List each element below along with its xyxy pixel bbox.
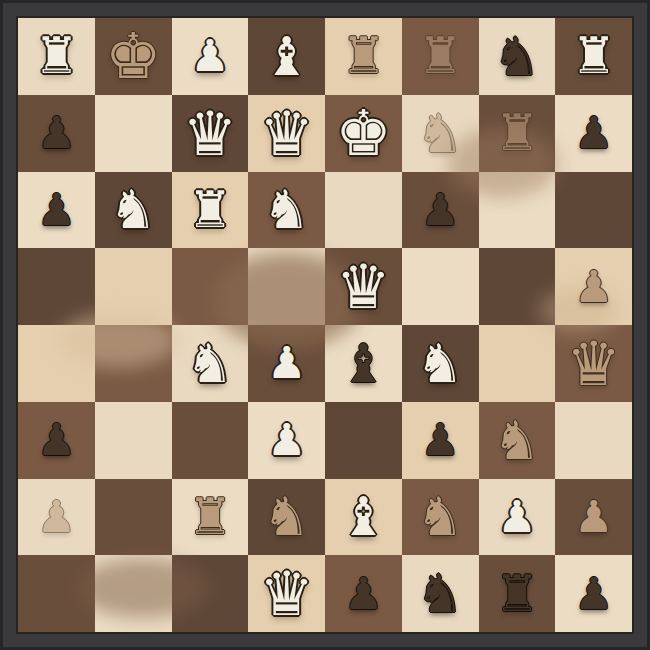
square-f7[interactable]: ♞ (402, 95, 479, 172)
square-c4[interactable]: ♞ (172, 325, 249, 402)
square-b4[interactable] (95, 325, 172, 402)
piece-black-tan-rook: ♜ (187, 492, 232, 542)
piece-white-pawn: ♟ (267, 418, 306, 462)
square-d7[interactable]: ♛ (248, 95, 325, 172)
square-a5[interactable] (18, 248, 95, 325)
square-b3[interactable] (95, 402, 172, 479)
square-e4[interactable]: ♝ (325, 325, 402, 402)
piece-white-pawn: ♟ (497, 495, 536, 539)
chess-board: ♜♚♟♝♜♜♞♜♟♛♛♚♞♜♟♟♞♜♞♟♛♟♞♟♝♞♛♟♟♟♞♟♜♞♝♞♟♟♛♟… (18, 18, 632, 632)
piece-black-dark-pawn: ♟ (420, 418, 459, 462)
square-e1[interactable]: ♟ (325, 555, 402, 632)
piece-white-rook: ♜ (34, 31, 79, 81)
piece-black-dark-pawn: ♟ (37, 188, 76, 232)
square-g2[interactable]: ♟ (479, 479, 556, 556)
square-a8[interactable]: ♜ (18, 18, 95, 95)
piece-black-tan-queen: ♛ (566, 333, 621, 394)
piece-white-king: ♚ (335, 102, 391, 165)
square-e8[interactable]: ♜ (325, 18, 402, 95)
square-d4[interactable]: ♟ (248, 325, 325, 402)
square-e2[interactable]: ♝ (325, 479, 402, 556)
square-h7[interactable]: ♟ (555, 95, 632, 172)
square-g4[interactable] (479, 325, 556, 402)
square-a6[interactable]: ♟ (18, 172, 95, 249)
piece-black-tan-rook: ♜ (341, 31, 386, 81)
square-b8[interactable]: ♚ (95, 18, 172, 95)
piece-black-dark-pawn: ♟ (37, 418, 76, 462)
square-b1[interactable] (95, 555, 172, 632)
piece-white-queen: ♛ (183, 103, 238, 164)
piece-black-tan-knight: ♞ (416, 107, 464, 160)
piece-white-knight: ♞ (186, 337, 234, 390)
square-d6[interactable]: ♞ (248, 172, 325, 249)
piece-black-tan-king: ♚ (105, 25, 161, 88)
square-f2[interactable]: ♞ (402, 479, 479, 556)
square-c5[interactable] (172, 248, 249, 325)
square-h2[interactable]: ♟ (555, 479, 632, 556)
piece-white-rook: ♜ (571, 31, 616, 81)
piece-black-dark-pawn: ♟ (37, 111, 76, 155)
piece-white-bishop: ♝ (340, 490, 388, 543)
piece-black-dark-pawn: ♟ (420, 188, 459, 232)
piece-black-dark-knight: ♞ (416, 567, 464, 620)
square-f8[interactable]: ♜ (402, 18, 479, 95)
square-b6[interactable]: ♞ (95, 172, 172, 249)
square-a3[interactable]: ♟ (18, 402, 95, 479)
square-d2[interactable]: ♞ (248, 479, 325, 556)
piece-black-tan-knight: ♞ (263, 490, 311, 543)
square-d5[interactable] (248, 248, 325, 325)
square-h3[interactable] (555, 402, 632, 479)
square-c6[interactable]: ♜ (172, 172, 249, 249)
square-h8[interactable]: ♜ (555, 18, 632, 95)
square-f1[interactable]: ♞ (402, 555, 479, 632)
piece-black-tan-pawn: ♟ (574, 265, 613, 309)
piece-black-dark-knight: ♞ (493, 30, 541, 83)
square-f4[interactable]: ♞ (402, 325, 479, 402)
square-b2[interactable] (95, 479, 172, 556)
piece-white-queen: ♛ (259, 563, 314, 624)
square-a1[interactable] (18, 555, 95, 632)
square-b7[interactable] (95, 95, 172, 172)
square-g6[interactable] (479, 172, 556, 249)
piece-white-pawn: ♟ (190, 34, 229, 78)
square-f6[interactable]: ♟ (402, 172, 479, 249)
square-e7[interactable]: ♚ (325, 95, 402, 172)
square-a7[interactable]: ♟ (18, 95, 95, 172)
square-b5[interactable] (95, 248, 172, 325)
piece-black-tan-rook: ♜ (494, 108, 539, 158)
square-h6[interactable] (555, 172, 632, 249)
piece-white-pawn: ♟ (267, 341, 306, 385)
piece-white-rook: ♜ (187, 185, 232, 235)
piece-black-tan-pawn: ♟ (574, 495, 613, 539)
piece-black-dark-pawn: ♟ (574, 572, 613, 616)
square-c7[interactable]: ♛ (172, 95, 249, 172)
piece-white-queen: ♛ (336, 256, 391, 317)
square-d8[interactable]: ♝ (248, 18, 325, 95)
piece-black-tan-knight: ♞ (416, 490, 464, 543)
square-e6[interactable] (325, 172, 402, 249)
square-g1[interactable]: ♜ (479, 555, 556, 632)
piece-black-tan-knight: ♞ (493, 414, 541, 467)
square-h1[interactable]: ♟ (555, 555, 632, 632)
square-c8[interactable]: ♟ (172, 18, 249, 95)
board-frame: ♜♚♟♝♜♜♞♜♟♛♛♚♞♜♟♟♞♜♞♟♛♟♞♟♝♞♛♟♟♟♞♟♜♞♝♞♟♟♛♟… (0, 0, 650, 650)
square-d1[interactable]: ♛ (248, 555, 325, 632)
piece-black-tan-pawn: ♟ (37, 495, 76, 539)
piece-white-knight: ♞ (263, 183, 311, 236)
piece-black-dark-pawn: ♟ (574, 111, 613, 155)
piece-black-dark-pawn: ♟ (344, 572, 383, 616)
square-h4[interactable]: ♛ (555, 325, 632, 402)
piece-white-knight: ♞ (109, 183, 157, 236)
square-g3[interactable]: ♞ (479, 402, 556, 479)
square-h5[interactable]: ♟ (555, 248, 632, 325)
piece-black-dark-bishop: ♝ (340, 337, 388, 390)
square-g5[interactable] (479, 248, 556, 325)
square-e5[interactable]: ♛ (325, 248, 402, 325)
square-c1[interactable] (172, 555, 249, 632)
piece-black-tan-rook: ♜ (418, 31, 463, 81)
piece-white-bishop: ♝ (263, 30, 311, 83)
square-c2[interactable]: ♜ (172, 479, 249, 556)
square-a4[interactable] (18, 325, 95, 402)
square-c3[interactable] (172, 402, 249, 479)
square-a2[interactable]: ♟ (18, 479, 95, 556)
square-e3[interactable] (325, 402, 402, 479)
piece-black-dark-rook: ♜ (494, 569, 539, 619)
square-f3[interactable]: ♟ (402, 402, 479, 479)
square-d3[interactable]: ♟ (248, 402, 325, 479)
square-f5[interactable] (402, 248, 479, 325)
piece-white-knight: ♞ (416, 337, 464, 390)
piece-white-queen: ♛ (259, 103, 314, 164)
square-g7[interactable]: ♜ (479, 95, 556, 172)
square-g8[interactable]: ♞ (479, 18, 556, 95)
